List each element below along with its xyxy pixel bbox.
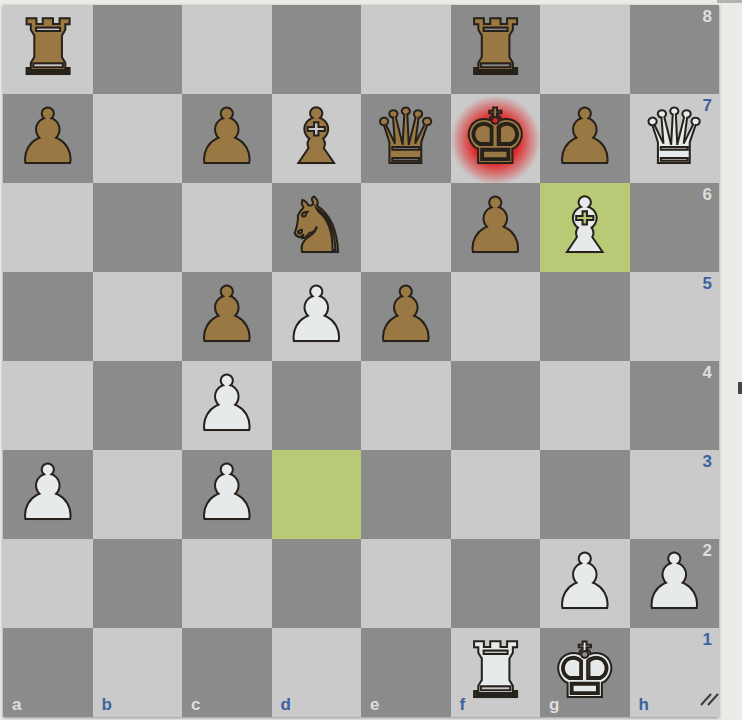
piece-white-rook[interactable]: ♜ <box>461 633 529 709</box>
rank-label-3: 3 <box>703 453 712 470</box>
square-c1[interactable]: c <box>182 628 272 717</box>
board-resize-handle-icon[interactable] <box>698 690 720 708</box>
square-a3[interactable]: ♟ <box>3 450 93 539</box>
piece-white-queen[interactable]: ♛ <box>640 99 708 175</box>
piece-white-pawn[interactable]: ♟ <box>14 455 82 531</box>
square-b1[interactable]: b <box>93 628 183 717</box>
square-d2[interactable] <box>272 539 362 628</box>
file-label-h: h <box>639 696 649 713</box>
square-d7[interactable]: ♝ <box>272 94 362 183</box>
square-h7[interactable]: ♛7 <box>630 94 720 183</box>
file-label-a: a <box>12 696 21 713</box>
square-c6[interactable] <box>182 183 272 272</box>
file-label-b: b <box>102 696 112 713</box>
piece-black-pawn[interactable]: ♟ <box>193 99 261 175</box>
square-b6[interactable] <box>93 183 183 272</box>
square-d1[interactable]: d <box>272 628 362 717</box>
piece-black-rook[interactable]: ♜ <box>14 10 82 86</box>
square-f3[interactable] <box>451 450 541 539</box>
square-g5[interactable] <box>540 272 630 361</box>
square-e6[interactable] <box>361 183 451 272</box>
square-h8[interactable]: 8 <box>630 5 720 94</box>
square-d5[interactable]: ♟ <box>272 272 362 361</box>
piece-black-pawn[interactable]: ♟ <box>193 277 261 353</box>
rank-label-8: 8 <box>703 8 712 25</box>
square-f7[interactable]: ♚ <box>451 94 541 183</box>
square-a6[interactable] <box>3 183 93 272</box>
rank-label-6: 6 <box>703 186 712 203</box>
square-e1[interactable]: e <box>361 628 451 717</box>
square-c7[interactable]: ♟ <box>182 94 272 183</box>
square-b3[interactable] <box>93 450 183 539</box>
square-f2[interactable] <box>451 539 541 628</box>
rank-label-4: 4 <box>703 364 712 381</box>
square-a8[interactable]: ♜ <box>3 5 93 94</box>
piece-white-pawn[interactable]: ♟ <box>551 544 619 620</box>
rank-label-1: 1 <box>703 631 712 648</box>
square-c2[interactable] <box>182 539 272 628</box>
square-b8[interactable] <box>93 5 183 94</box>
square-c8[interactable] <box>182 5 272 94</box>
piece-white-pawn[interactable]: ♟ <box>193 455 261 531</box>
piece-black-king[interactable]: ♚ <box>461 99 529 175</box>
piece-white-pawn[interactable]: ♟ <box>282 277 350 353</box>
square-g2[interactable]: ♟ <box>540 539 630 628</box>
piece-black-pawn[interactable]: ♟ <box>14 99 82 175</box>
square-e7[interactable]: ♛ <box>361 94 451 183</box>
file-label-d: d <box>281 696 291 713</box>
piece-black-rook[interactable]: ♜ <box>461 10 529 86</box>
piece-white-pawn[interactable]: ♟ <box>640 544 708 620</box>
gutter-top-edge <box>717 0 742 3</box>
rank-label-5: 5 <box>703 275 712 292</box>
square-a4[interactable] <box>3 361 93 450</box>
square-e4[interactable] <box>361 361 451 450</box>
square-b7[interactable] <box>93 94 183 183</box>
file-label-e: e <box>370 696 379 713</box>
square-f1[interactable]: ♜f <box>451 628 541 717</box>
square-f5[interactable] <box>451 272 541 361</box>
chess-board: ♜♜8♟♟♝♛♚♟♛7♞♟♝6♟♟♟5♟4♟♟3♟♟2abcde♜f♚gh1 <box>3 5 719 717</box>
square-f8[interactable]: ♜ <box>451 5 541 94</box>
piece-white-pawn[interactable]: ♟ <box>193 366 261 442</box>
square-g3[interactable] <box>540 450 630 539</box>
square-h2[interactable]: ♟2 <box>630 539 720 628</box>
square-d6[interactable]: ♞ <box>272 183 362 272</box>
square-e8[interactable] <box>361 5 451 94</box>
square-c3[interactable]: ♟ <box>182 450 272 539</box>
square-h3[interactable]: 3 <box>630 450 720 539</box>
square-e5[interactable]: ♟ <box>361 272 451 361</box>
square-g1[interactable]: ♚g <box>540 628 630 717</box>
square-g6[interactable]: ♝ <box>540 183 630 272</box>
square-f6[interactable]: ♟ <box>451 183 541 272</box>
square-h5[interactable]: 5 <box>630 272 720 361</box>
square-d3[interactable] <box>272 450 362 539</box>
piece-white-king[interactable]: ♚ <box>551 633 619 709</box>
square-e2[interactable] <box>361 539 451 628</box>
square-b2[interactable] <box>93 539 183 628</box>
page: ♜♜8♟♟♝♛♚♟♛7♞♟♝6♟♟♟5♟4♟♟3♟♟2abcde♜f♚gh1 <box>0 0 742 720</box>
piece-black-queen[interactable]: ♛ <box>372 99 440 175</box>
square-g4[interactable] <box>540 361 630 450</box>
square-a2[interactable] <box>3 539 93 628</box>
square-d8[interactable] <box>272 5 362 94</box>
square-b5[interactable] <box>93 272 183 361</box>
square-b4[interactable] <box>93 361 183 450</box>
square-e3[interactable] <box>361 450 451 539</box>
square-g8[interactable] <box>540 5 630 94</box>
file-label-c: c <box>191 696 200 713</box>
piece-black-bishop[interactable]: ♝ <box>282 99 350 175</box>
piece-black-knight[interactable]: ♞ <box>282 188 350 264</box>
square-a5[interactable] <box>3 272 93 361</box>
square-a7[interactable]: ♟ <box>3 94 93 183</box>
piece-black-pawn[interactable]: ♟ <box>372 277 440 353</box>
piece-black-pawn[interactable]: ♟ <box>461 188 529 264</box>
piece-white-bishop[interactable]: ♝ <box>551 188 619 264</box>
square-f4[interactable] <box>451 361 541 450</box>
square-h6[interactable]: 6 <box>630 183 720 272</box>
piece-black-pawn[interactable]: ♟ <box>551 99 619 175</box>
square-h4[interactable]: 4 <box>630 361 720 450</box>
square-d4[interactable] <box>272 361 362 450</box>
square-a1[interactable]: a <box>3 628 93 717</box>
square-g7[interactable]: ♟ <box>540 94 630 183</box>
square-c5[interactable]: ♟ <box>182 272 272 361</box>
square-c4[interactable]: ♟ <box>182 361 272 450</box>
scrollbar-fragment <box>738 382 742 394</box>
